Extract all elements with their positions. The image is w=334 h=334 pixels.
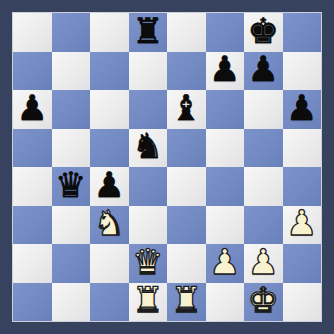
square-e7[interactable] (167, 52, 206, 91)
piece-black-pawn-a6[interactable]: ♟ (17, 91, 48, 126)
square-c7[interactable] (90, 52, 129, 91)
piece-black-king-g8[interactable]: ♚ (248, 14, 279, 49)
square-b3[interactable] (52, 206, 91, 245)
square-b6[interactable] (52, 90, 91, 129)
piece-white-rook-d1[interactable]: ♜ (132, 283, 163, 318)
square-g8[interactable]: ♚ (244, 13, 283, 52)
square-h1[interactable] (283, 283, 322, 322)
square-g1[interactable]: ♚ (244, 283, 283, 322)
square-a1[interactable] (13, 283, 52, 322)
piece-white-pawn-g2[interactable]: ♟ (248, 245, 279, 280)
square-d6[interactable] (129, 90, 168, 129)
square-e2[interactable] (167, 244, 206, 283)
square-g6[interactable] (244, 90, 283, 129)
square-f1[interactable] (206, 283, 245, 322)
square-a4[interactable] (13, 167, 52, 206)
square-b5[interactable] (52, 129, 91, 168)
square-f7[interactable]: ♟ (206, 52, 245, 91)
board-frame: ♜♚♟♟♟♝♟♞♛♟♞♟♛♟♟♜♜♚ (0, 0, 334, 334)
square-a3[interactable] (13, 206, 52, 245)
square-g4[interactable] (244, 167, 283, 206)
square-f6[interactable] (206, 90, 245, 129)
square-d8[interactable]: ♜ (129, 13, 168, 52)
square-h5[interactable] (283, 129, 322, 168)
square-a2[interactable] (13, 244, 52, 283)
square-h8[interactable] (283, 13, 322, 52)
square-d5[interactable]: ♞ (129, 129, 168, 168)
square-c5[interactable] (90, 129, 129, 168)
square-d7[interactable] (129, 52, 168, 91)
piece-black-queen-b4[interactable]: ♛ (55, 168, 86, 203)
piece-black-pawn-g7[interactable]: ♟ (248, 52, 279, 87)
square-b7[interactable] (52, 52, 91, 91)
square-d4[interactable] (129, 167, 168, 206)
square-e4[interactable] (167, 167, 206, 206)
square-c6[interactable] (90, 90, 129, 129)
square-c2[interactable] (90, 244, 129, 283)
square-f5[interactable] (206, 129, 245, 168)
square-d3[interactable] (129, 206, 168, 245)
square-h3[interactable]: ♟ (283, 206, 322, 245)
square-h6[interactable]: ♟ (283, 90, 322, 129)
square-h2[interactable] (283, 244, 322, 283)
square-b8[interactable] (52, 13, 91, 52)
piece-white-king-g1[interactable]: ♚ (248, 283, 279, 318)
square-a5[interactable] (13, 129, 52, 168)
square-e8[interactable] (167, 13, 206, 52)
square-a8[interactable] (13, 13, 52, 52)
square-h7[interactable] (283, 52, 322, 91)
square-b4[interactable]: ♛ (52, 167, 91, 206)
square-a6[interactable]: ♟ (13, 90, 52, 129)
chess-board: ♜♚♟♟♟♝♟♞♛♟♞♟♛♟♟♜♜♚ (13, 13, 321, 321)
square-g7[interactable]: ♟ (244, 52, 283, 91)
square-e1[interactable]: ♜ (167, 283, 206, 322)
square-e5[interactable] (167, 129, 206, 168)
square-e3[interactable] (167, 206, 206, 245)
square-h4[interactable] (283, 167, 322, 206)
square-a7[interactable] (13, 52, 52, 91)
piece-black-pawn-c4[interactable]: ♟ (94, 168, 125, 203)
square-c1[interactable] (90, 283, 129, 322)
piece-white-pawn-f2[interactable]: ♟ (209, 245, 240, 280)
square-c4[interactable]: ♟ (90, 167, 129, 206)
square-f2[interactable]: ♟ (206, 244, 245, 283)
piece-black-pawn-h6[interactable]: ♟ (286, 91, 317, 126)
piece-white-rook-e1[interactable]: ♜ (171, 283, 202, 318)
piece-white-pawn-h3[interactable]: ♟ (286, 206, 317, 241)
square-b1[interactable] (52, 283, 91, 322)
piece-black-pawn-f7[interactable]: ♟ (209, 52, 240, 87)
square-d1[interactable]: ♜ (129, 283, 168, 322)
piece-black-bishop-e6[interactable]: ♝ (171, 91, 202, 126)
piece-white-knight-c3[interactable]: ♞ (94, 206, 125, 241)
piece-black-knight-d5[interactable]: ♞ (132, 129, 163, 164)
piece-white-queen-d2[interactable]: ♛ (132, 245, 163, 280)
square-g2[interactable]: ♟ (244, 244, 283, 283)
square-b2[interactable] (52, 244, 91, 283)
square-c8[interactable] (90, 13, 129, 52)
square-g5[interactable] (244, 129, 283, 168)
square-g3[interactable] (244, 206, 283, 245)
square-d2[interactable]: ♛ (129, 244, 168, 283)
square-e6[interactable]: ♝ (167, 90, 206, 129)
square-f3[interactable] (206, 206, 245, 245)
square-f8[interactable] (206, 13, 245, 52)
square-f4[interactable] (206, 167, 245, 206)
square-c3[interactable]: ♞ (90, 206, 129, 245)
piece-black-rook-d8[interactable]: ♜ (132, 14, 163, 49)
